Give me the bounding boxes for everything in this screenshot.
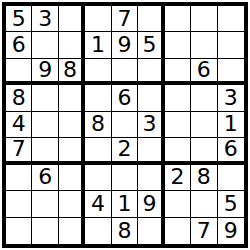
cell-r1c3[interactable] <box>59 6 85 32</box>
cell-r6c3[interactable] <box>59 138 85 164</box>
cell-r2c3[interactable] <box>59 32 85 58</box>
cell-r2c4[interactable]: 1 <box>85 32 111 58</box>
cell-r7c3[interactable] <box>59 165 85 191</box>
cell-r3c5[interactable] <box>112 59 138 85</box>
cell-r3c6[interactable] <box>138 59 164 85</box>
cell-r3c2[interactable]: 9 <box>32 59 58 85</box>
cell-r6c7[interactable] <box>165 138 191 164</box>
cell-r8c9[interactable]: 5 <box>218 191 244 217</box>
cell-r6c6[interactable] <box>138 138 164 164</box>
cell-r6c4[interactable] <box>85 138 111 164</box>
sudoku-board: 537619598686348317266284195879 <box>2 2 248 248</box>
cell-r3c8[interactable]: 6 <box>191 59 217 85</box>
cell-r2c5[interactable]: 9 <box>112 32 138 58</box>
cell-r7c6[interactable] <box>138 165 164 191</box>
cell-r2c7[interactable] <box>165 32 191 58</box>
cell-r6c8[interactable] <box>191 138 217 164</box>
cell-r8c6[interactable]: 9 <box>138 191 164 217</box>
cell-r1c6[interactable] <box>138 6 164 32</box>
cell-r9c1[interactable] <box>6 218 32 244</box>
cell-r8c5[interactable]: 1 <box>112 191 138 217</box>
cell-r8c3[interactable] <box>59 191 85 217</box>
cell-r3c9[interactable] <box>218 59 244 85</box>
cell-r3c3[interactable]: 8 <box>59 59 85 85</box>
cell-r5c9[interactable]: 1 <box>218 112 244 138</box>
cell-r3c1[interactable] <box>6 59 32 85</box>
cell-r5c1[interactable]: 4 <box>6 112 32 138</box>
cell-r2c1[interactable]: 6 <box>6 32 32 58</box>
cell-r7c2[interactable]: 6 <box>32 165 58 191</box>
cell-r5c3[interactable] <box>59 112 85 138</box>
cell-r5c5[interactable] <box>112 112 138 138</box>
cell-r9c5[interactable]: 8 <box>112 218 138 244</box>
cell-r1c9[interactable] <box>218 6 244 32</box>
cell-r7c4[interactable] <box>85 165 111 191</box>
cell-r9c6[interactable] <box>138 218 164 244</box>
cell-r8c2[interactable] <box>32 191 58 217</box>
cell-r4c8[interactable] <box>191 85 217 111</box>
cell-r5c2[interactable] <box>32 112 58 138</box>
cell-r5c4[interactable]: 8 <box>85 112 111 138</box>
cell-r8c1[interactable] <box>6 191 32 217</box>
cell-r9c2[interactable] <box>32 218 58 244</box>
cell-r1c8[interactable] <box>191 6 217 32</box>
cell-r7c1[interactable] <box>6 165 32 191</box>
cell-r1c5[interactable]: 7 <box>112 6 138 32</box>
sudoku-page: 537619598686348317266284195879 <box>0 0 250 250</box>
cell-r7c7[interactable]: 2 <box>165 165 191 191</box>
cell-r6c1[interactable]: 7 <box>6 138 32 164</box>
cell-r9c3[interactable] <box>59 218 85 244</box>
cell-r4c3[interactable] <box>59 85 85 111</box>
cell-r7c5[interactable] <box>112 165 138 191</box>
cell-r9c7[interactable] <box>165 218 191 244</box>
cell-r4c2[interactable] <box>32 85 58 111</box>
cell-r1c1[interactable]: 5 <box>6 6 32 32</box>
cell-r9c9[interactable]: 9 <box>218 218 244 244</box>
cell-r1c4[interactable] <box>85 6 111 32</box>
cell-r5c7[interactable] <box>165 112 191 138</box>
cell-r4c4[interactable] <box>85 85 111 111</box>
cell-r1c2[interactable]: 3 <box>32 6 58 32</box>
cell-r4c5[interactable]: 6 <box>112 85 138 111</box>
cell-r9c4[interactable] <box>85 218 111 244</box>
cell-r4c9[interactable]: 3 <box>218 85 244 111</box>
cell-r7c8[interactable]: 8 <box>191 165 217 191</box>
cell-r5c8[interactable] <box>191 112 217 138</box>
cell-r8c4[interactable]: 4 <box>85 191 111 217</box>
cell-r6c9[interactable]: 6 <box>218 138 244 164</box>
cell-r8c7[interactable] <box>165 191 191 217</box>
cell-r7c9[interactable] <box>218 165 244 191</box>
cell-r4c1[interactable]: 8 <box>6 85 32 111</box>
cell-r3c7[interactable] <box>165 59 191 85</box>
cell-r8c8[interactable] <box>191 191 217 217</box>
cell-r2c2[interactable] <box>32 32 58 58</box>
cell-r2c8[interactable] <box>191 32 217 58</box>
cell-r4c7[interactable] <box>165 85 191 111</box>
cell-r1c7[interactable] <box>165 6 191 32</box>
cell-r4c6[interactable] <box>138 85 164 111</box>
cell-r2c6[interactable]: 5 <box>138 32 164 58</box>
cell-r2c9[interactable] <box>218 32 244 58</box>
cell-r3c4[interactable] <box>85 59 111 85</box>
cell-r9c8[interactable]: 7 <box>191 218 217 244</box>
cell-r6c5[interactable]: 2 <box>112 138 138 164</box>
cell-r5c6[interactable]: 3 <box>138 112 164 138</box>
cell-r6c2[interactable] <box>32 138 58 164</box>
